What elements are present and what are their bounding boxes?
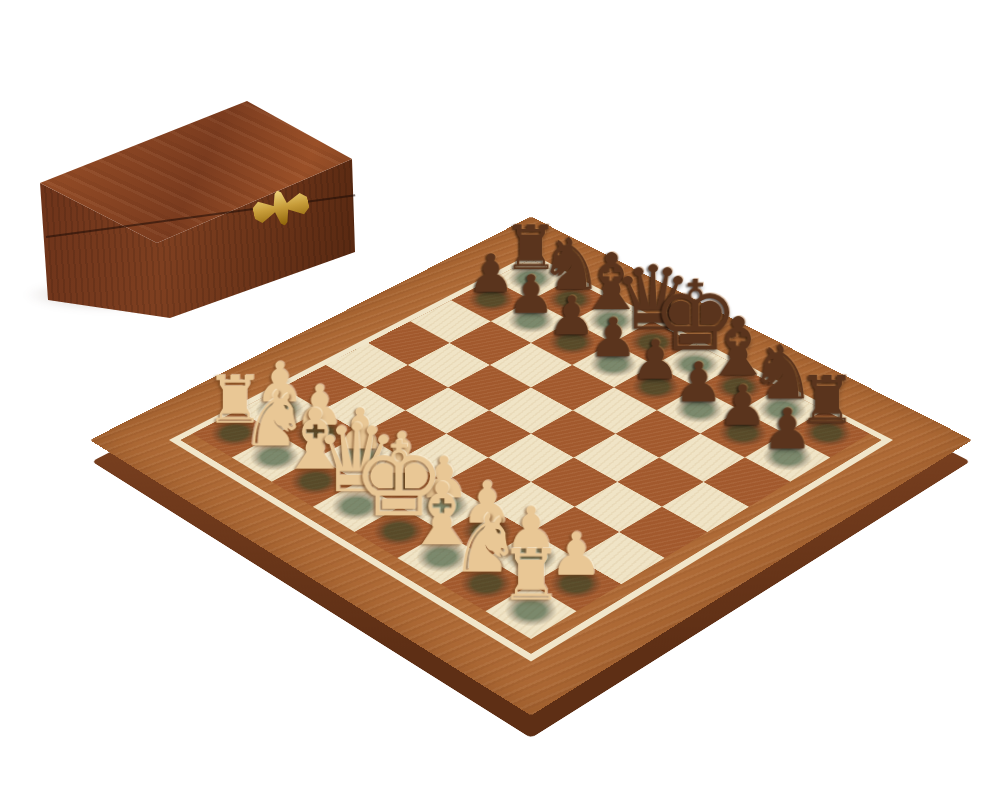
felt-base-shadow [662, 346, 728, 382]
black-pawn[interactable]: ♟ [505, 289, 639, 343]
square-h7[interactable]: ♟ [745, 434, 830, 482]
square-d7[interactable]: ♟ [572, 343, 654, 387]
black-rook[interactable]: ♜ [466, 218, 596, 280]
square-a8[interactable]: ♜ [491, 259, 570, 300]
felt-base-shadow [579, 304, 643, 338]
square-c6[interactable] [490, 343, 572, 387]
square-h1[interactable]: ♜ [485, 584, 576, 639]
black-pawn[interactable]: ♟ [587, 333, 724, 388]
black-queen[interactable]: ♛ [586, 255, 720, 343]
felt-base-shadow [499, 304, 563, 338]
black-pawn[interactable]: ♟ [717, 401, 858, 457]
black-pawn[interactable]: ♟ [545, 311, 681, 365]
square-e8[interactable]: ♚ [654, 343, 736, 387]
square-a6[interactable] [410, 300, 491, 343]
square-d5[interactable] [489, 387, 573, 433]
black-king[interactable]: ♚ [628, 268, 764, 365]
felt-base-shadow [499, 262, 562, 295]
chess-set-scene: ♜♞♝♛♚♝♞♜♟♟♟♟♟♟♟♟♟♟♟♟♟♟♟♟♜♞♝♛♚♝♞♜ [0, 0, 1000, 800]
felt-base-shadow [621, 325, 686, 360]
felt-base-shadow [539, 283, 603, 317]
felt-base-shadow [622, 369, 688, 405]
felt-base-shadow [580, 346, 646, 382]
square-d6[interactable] [531, 365, 614, 410]
square-c5[interactable] [448, 365, 531, 410]
square-c8[interactable]: ♝ [571, 300, 652, 343]
white-rook[interactable]: ♜ [456, 541, 606, 612]
square-a5[interactable] [368, 321, 449, 365]
black-pawn[interactable]: ♟ [465, 268, 598, 321]
square-d8[interactable]: ♛ [612, 321, 693, 365]
black-bishop[interactable]: ♝ [545, 243, 678, 321]
square-a7[interactable]: ♟ [451, 279, 531, 321]
square-b5[interactable] [408, 343, 490, 387]
square-e6[interactable] [573, 387, 657, 433]
square-e7[interactable]: ♟ [614, 365, 697, 410]
square-c7[interactable]: ♟ [531, 321, 612, 365]
black-bishop[interactable]: ♝ [670, 307, 807, 387]
storage-box [30, 95, 375, 330]
black-pawn[interactable]: ♟ [425, 247, 557, 300]
black-knight[interactable]: ♞ [505, 229, 637, 300]
square-b8[interactable]: ♞ [531, 279, 611, 321]
felt-base-shadow [459, 283, 523, 317]
square-b7[interactable]: ♟ [491, 300, 572, 343]
felt-base-shadow [539, 325, 604, 360]
square-b6[interactable] [450, 321, 531, 365]
